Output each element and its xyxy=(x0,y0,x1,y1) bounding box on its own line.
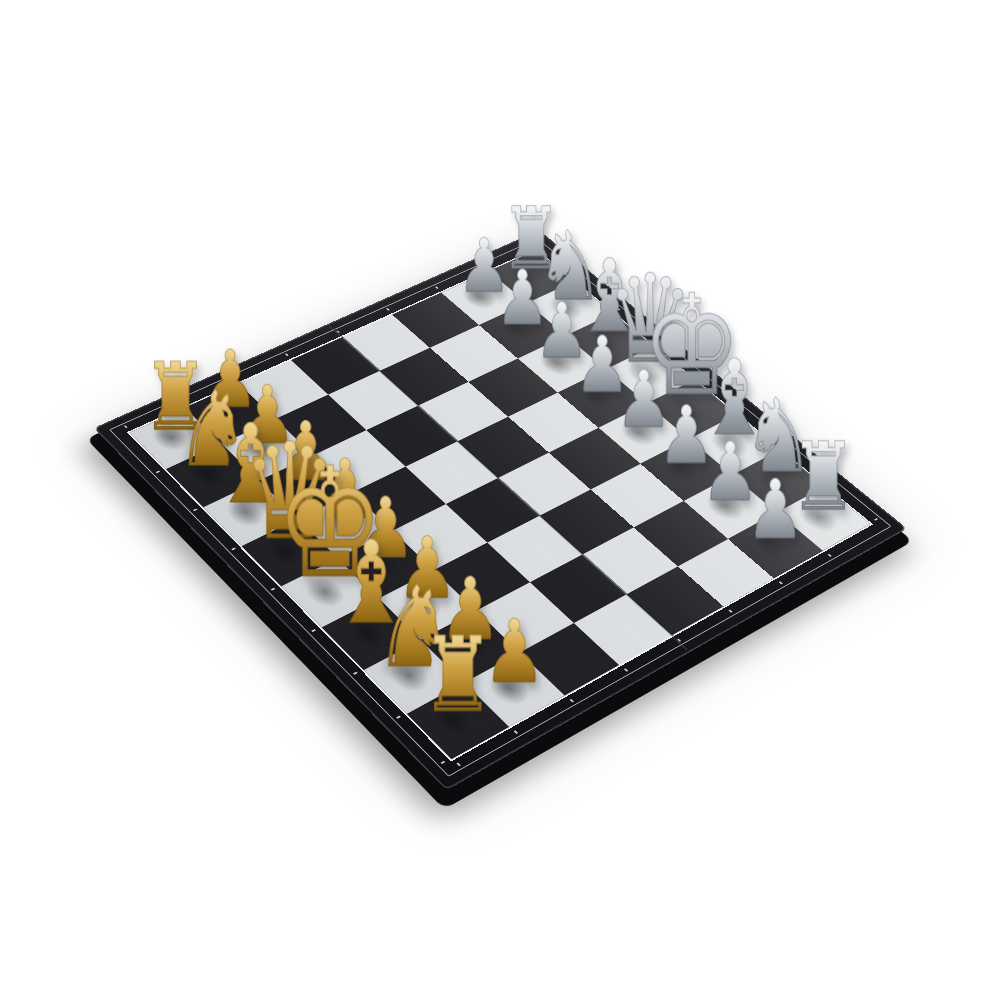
rook-glyph: ♜ xyxy=(421,624,495,727)
pawn-glyph: ♟ xyxy=(746,470,804,551)
square-h7[interactable]: ♟ xyxy=(728,512,823,578)
square-h1[interactable]: ♜ xyxy=(407,683,509,759)
chessboard: ♜♞♝♛♚♝♞♜♟♟♟♟♟♟♟♟♟♟♟♟♟♟♟♟♜♞♝♛♚♝♞♜ xyxy=(94,230,907,790)
square-g6[interactable] xyxy=(634,501,728,566)
board-grid: ♜♞♝♛♚♝♞♜♟♟♟♟♟♟♟♟♟♟♟♟♟♟♟♟♜♞♝♛♚♝♞♜ xyxy=(127,249,873,762)
